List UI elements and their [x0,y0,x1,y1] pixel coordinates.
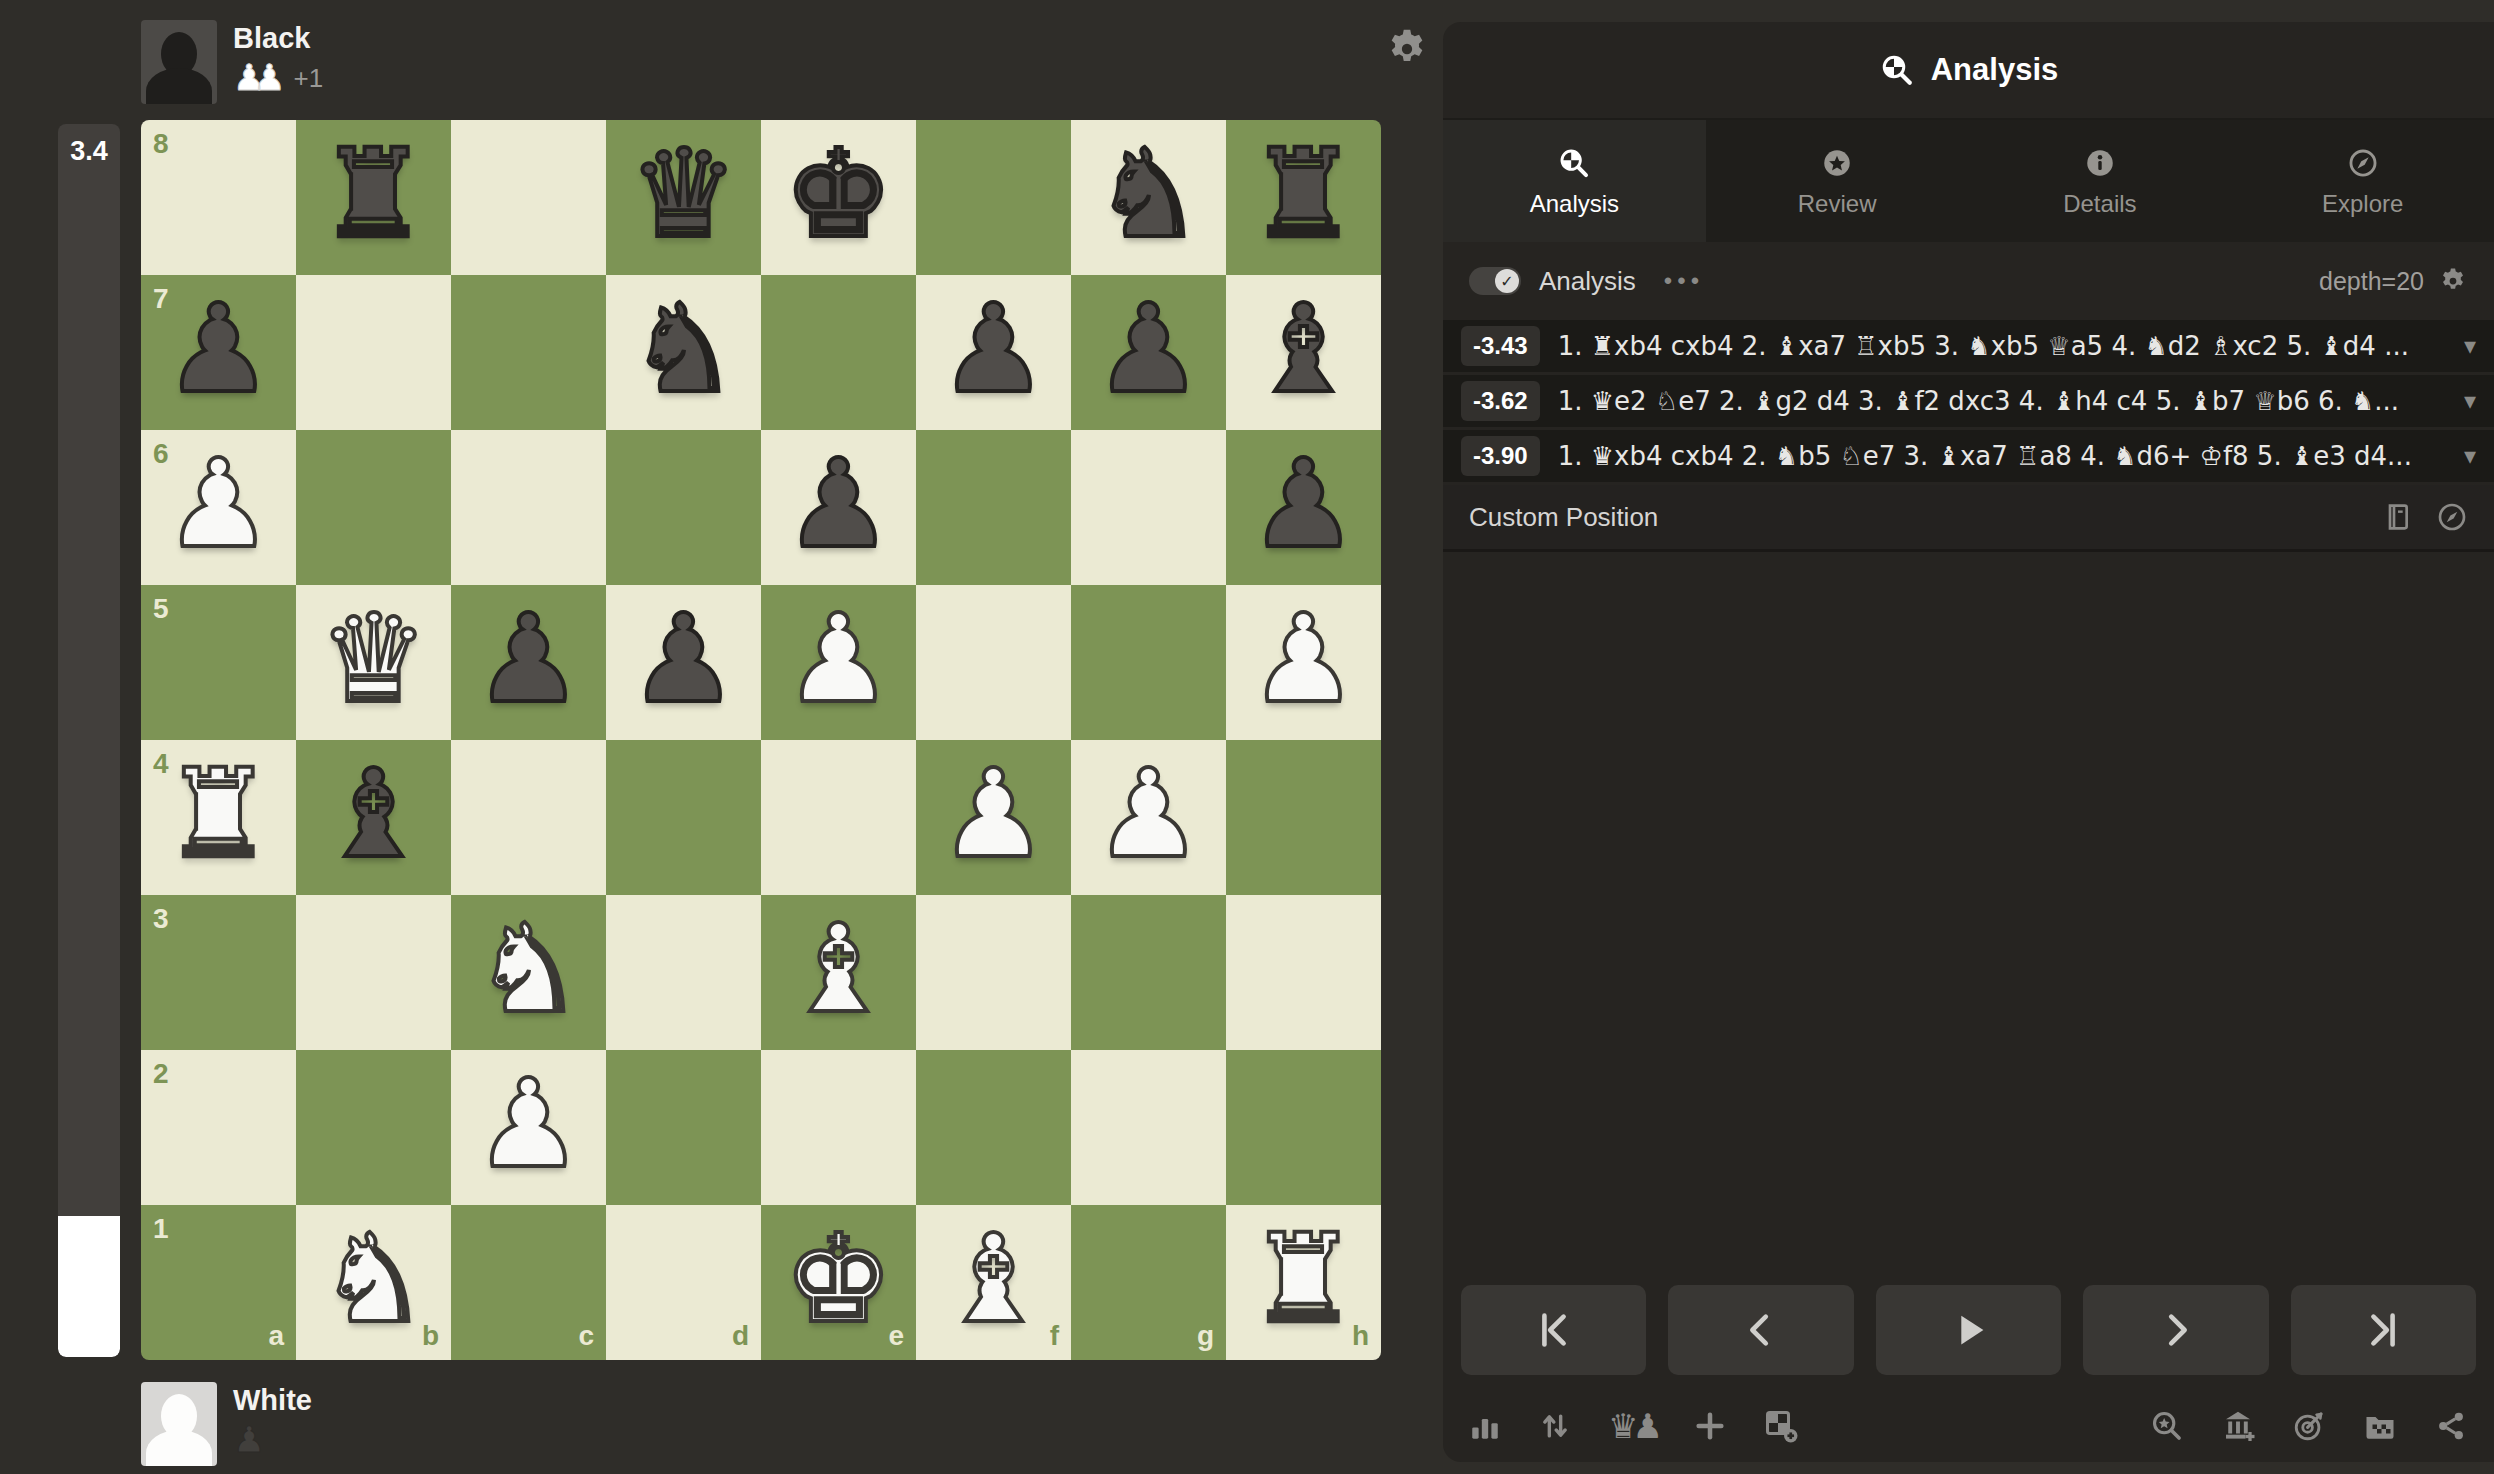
square-d2[interactable] [606,1050,761,1205]
square-d7[interactable]: ♞ [606,275,761,430]
black-bishop: ♝ [1249,288,1358,410]
square-a8[interactable]: 8 [141,120,296,275]
square-f4[interactable]: ♟ [916,740,1071,895]
white-pawn: ♟ [1094,753,1203,875]
board-settings-gear-icon[interactable] [1384,26,1430,72]
line-moves: 1. ♜xb4 cxb4 2. ♝xa7 ♖xb5 3. ♞xb5 ♕a5 4.… [1558,331,2409,361]
go-to-start-button[interactable] [1461,1285,1646,1375]
player-name-black: Black [233,22,310,55]
tab-explore[interactable]: Explore [2231,120,2494,242]
engine-line-2[interactable]: -3.621. ♛e2 ♘e7 2. ♝g2 d4 3. ♝f2 dxc3 4.… [1443,375,2494,430]
square-f6[interactable] [916,430,1071,585]
black-knight: ♞ [1094,133,1203,255]
white-pawn: ♟ [474,1063,583,1185]
more-options-dots[interactable]: ••• [1664,267,1704,295]
play-button[interactable] [1876,1285,2061,1375]
square-b1[interactable]: b♞ [296,1205,451,1360]
black-pawn: ♟ [1249,443,1358,565]
square-c1[interactable]: c [451,1205,606,1360]
square-c2[interactable]: ♟ [451,1050,606,1205]
square-f3[interactable] [916,895,1071,1050]
game-review-search-icon[interactable] [2150,1409,2184,1443]
panel-title: Analysis [1931,52,2059,88]
practice-target-icon[interactable] [2292,1409,2326,1443]
next-move-button[interactable] [2083,1285,2268,1375]
square-g3[interactable] [1071,895,1226,1050]
eval-score: 3.4 [58,136,120,167]
file-label: g [1197,1320,1214,1352]
file-label: f [1050,1320,1059,1352]
tab-label: Analysis [1530,192,1619,216]
rank-label: 8 [153,128,169,160]
square-e7[interactable] [761,275,916,430]
rank-label: 5 [153,593,169,625]
square-b8[interactable]: ♜ [296,120,451,275]
tab-bar: Analysis Review [1443,120,2494,242]
move-navigation [1461,1285,2476,1375]
share-icon[interactable] [2434,1409,2468,1443]
black-bishop: ♝ [319,753,428,875]
analysis-magnifier-icon [1557,146,1591,180]
white-king: ♚ [784,1218,893,1340]
square-f1[interactable]: f♝ [916,1205,1071,1360]
square-e2[interactable] [761,1050,916,1205]
black-rook: ♜ [1249,133,1358,255]
square-h7[interactable]: ♝ [1226,275,1381,430]
pieces-icon[interactable]: ♛♟ [1608,1409,1657,1443]
tab-label: Explore [2322,192,2403,216]
tab-label: Review [1798,192,1877,216]
engine-lines: -3.431. ♜xb4 cxb4 2. ♝xa7 ♖xb5 3. ♞xb5 ♕… [1443,320,2494,485]
white-pawn: ♟ [1249,598,1358,720]
square-e6[interactable]: ♟ [761,430,916,585]
square-d5[interactable]: ♟ [606,585,761,740]
white-pawn: ♟ [784,598,893,720]
material-count: +1 [294,63,324,94]
star-circle-icon [1820,146,1854,180]
square-g5[interactable] [1071,585,1226,740]
black-pawn: ♟ [474,598,583,720]
analysis-toggle[interactable]: ✓ [1469,267,1521,295]
toggle-checkmark: ✓ [1495,269,1519,293]
black-queen: ♛ [629,133,738,255]
black-rook: ♜ [319,133,428,255]
panel-header: Analysis [1443,22,2494,120]
go-to-end-button[interactable] [2291,1285,2476,1375]
avatar-silhouette [146,1430,212,1466]
black-pawn: ♟ [1094,288,1203,410]
square-b3[interactable] [296,895,451,1050]
square-h3[interactable] [1226,895,1381,1050]
file-label: a [268,1320,284,1352]
square-e1[interactable]: e♚ [761,1205,916,1360]
square-g8[interactable]: ♞ [1071,120,1226,275]
white-bishop: ♝ [784,908,893,1030]
explore-compass-icon[interactable] [2436,501,2468,533]
white-knight: ♞ [319,1218,428,1340]
square-c7[interactable] [451,275,606,430]
tab-details[interactable]: Details [1969,120,2232,242]
engine-line-1[interactable]: -3.431. ♜xb4 cxb4 2. ♝xa7 ♖xb5 3. ♞xb5 ♕… [1443,320,2494,375]
white-rook: ♜ [164,753,273,875]
avatar-silhouette [146,68,212,104]
square-a1[interactable]: 1a [141,1205,296,1360]
evaluation-chart-icon[interactable] [1468,1409,1502,1443]
square-c5[interactable]: ♟ [451,585,606,740]
square-d4[interactable] [606,740,761,895]
analysis-magnifier-icon [1879,52,1915,88]
tab-analysis[interactable]: Analysis [1443,120,1706,242]
black-pawn: ♟ [784,443,893,565]
square-d3[interactable] [606,895,761,1050]
black-pawn: ♟ [939,288,1048,410]
library-add-icon[interactable] [2220,1408,2256,1444]
rank-label: 1 [153,1213,169,1245]
custom-position-row: Custom Position [1443,485,2494,552]
square-f5[interactable] [916,585,1071,740]
black-pawn: ♟ [629,598,738,720]
square-b2[interactable] [296,1050,451,1205]
black-knight: ♞ [629,288,738,410]
white-knight: ♞ [474,908,583,1030]
square-b4[interactable]: ♝ [296,740,451,895]
file-label: d [732,1320,749,1352]
line-moves: 1. ♛xb4 cxb4 2. ♞b5 ♘e7 3. ♝xa7 ♖a8 4. ♞… [1558,441,2412,471]
white-pawn: ♟ [164,443,273,565]
setup-board-icon[interactable] [1763,1408,1799,1444]
square-g6[interactable] [1071,430,1226,585]
engine-depth: depth=20 [2319,267,2424,296]
square-a2[interactable]: 2 [141,1050,296,1205]
line-moves: 1. ♛e2 ♘e7 2. ♝g2 d4 3. ♝f2 dxc3 4. ♝h4 … [1558,386,2399,416]
info-icon [2083,146,2117,180]
opening-book-icon[interactable] [2382,501,2414,533]
square-d8[interactable]: ♛ [606,120,761,275]
custom-position-label: Custom Position [1469,502,1658,533]
square-d6[interactable] [606,430,761,585]
analysis-panel: Analysis Analysis [1443,22,2494,1462]
saved-analysis-icon[interactable] [2362,1408,2398,1444]
square-d1[interactable]: d [606,1205,761,1360]
expand-line-chevron-icon[interactable]: ▾ [2454,387,2476,415]
square-a3[interactable]: 3 [141,895,296,1050]
captured-pieces-black: ♟♟ +1 [233,60,323,96]
square-c8[interactable] [451,120,606,275]
square-f2[interactable] [916,1050,1071,1205]
rank-label: 2 [153,1058,169,1090]
square-g2[interactable] [1071,1050,1226,1205]
tab-review[interactable]: Review [1706,120,1969,242]
add-icon[interactable] [1693,1409,1727,1443]
square-e8[interactable]: ♚ [761,120,916,275]
square-h6[interactable]: ♟ [1226,430,1381,585]
white-bishop: ♝ [939,1218,1048,1340]
expand-line-chevron-icon[interactable]: ▾ [2454,332,2476,360]
expand-line-chevron-icon[interactable]: ▾ [2454,442,2476,470]
compass-icon [2346,146,2380,180]
square-b7[interactable] [296,275,451,430]
tab-label: Details [2063,192,2136,216]
square-h2[interactable] [1226,1050,1381,1205]
square-a4[interactable]: 4♜ [141,740,296,895]
flip-board-icon[interactable] [1538,1409,1572,1443]
file-label: c [578,1320,594,1352]
engine-settings-gear-icon[interactable] [2438,266,2468,296]
black-avatar [141,20,217,104]
analysis-app: 3.4 Black ♟♟ +1 8♜♛♚♞♜7♟♞♟♟♝6♟♟♟5♛♟♟♟♟4♜… [0,0,2494,1474]
square-h1[interactable]: h♜ [1226,1205,1381,1360]
square-f7[interactable]: ♟ [916,275,1071,430]
square-h8[interactable]: ♜ [1226,120,1381,275]
black-pawn: ♟ [164,288,273,410]
bottom-toolbar: ♛♟ [1468,1398,2468,1454]
square-e5[interactable]: ♟ [761,585,916,740]
player-name-white: White [233,1384,312,1417]
square-c3[interactable]: ♞ [451,895,606,1050]
square-c4[interactable] [451,740,606,895]
square-b5[interactable]: ♛ [296,585,451,740]
square-g1[interactable]: g [1071,1205,1226,1360]
square-a7[interactable]: 7♟ [141,275,296,430]
square-f8[interactable] [916,120,1071,275]
eval-bar-white-section [58,1216,120,1357]
captured-black-pawn: ♟ [233,1422,269,1458]
toggle-label: Analysis [1539,266,1636,297]
analysis-toggle-row: ✓ Analysis ••• depth=20 [1443,248,2494,314]
rank-label: 3 [153,903,169,935]
square-a5[interactable]: 5 [141,585,296,740]
engine-line-3[interactable]: -3.901. ♛xb4 cxb4 2. ♞b5 ♘e7 3. ♝xa7 ♖a8… [1443,430,2494,485]
square-g7[interactable]: ♟ [1071,275,1226,430]
white-pawn: ♟ [939,753,1048,875]
eval-badge: -3.43 [1461,326,1540,366]
black-king: ♚ [784,133,893,255]
square-h5[interactable]: ♟ [1226,585,1381,740]
white-queen: ♛ [319,598,428,720]
square-e4[interactable] [761,740,916,895]
captured-pieces-white: ♟ [233,1422,269,1458]
eval-badge: -3.62 [1461,381,1540,421]
eval-badge: -3.90 [1461,436,1540,476]
board[interactable]: 8♜♛♚♞♜7♟♞♟♟♝6♟♟♟5♛♟♟♟♟4♜♝♟♟3♞♝2♟1ab♞cde♚… [141,120,1381,1360]
captured-white-pawns: ♟♟ [233,60,290,96]
white-avatar [141,1382,217,1466]
eval-bar: 3.4 [58,124,120,1357]
square-h4[interactable] [1226,740,1381,895]
square-a6[interactable]: 6♟ [141,430,296,585]
square-g4[interactable]: ♟ [1071,740,1226,895]
square-b6[interactable] [296,430,451,585]
square-c6[interactable] [451,430,606,585]
white-rook: ♜ [1249,1218,1358,1340]
previous-move-button[interactable] [1668,1285,1853,1375]
square-e3[interactable]: ♝ [761,895,916,1050]
